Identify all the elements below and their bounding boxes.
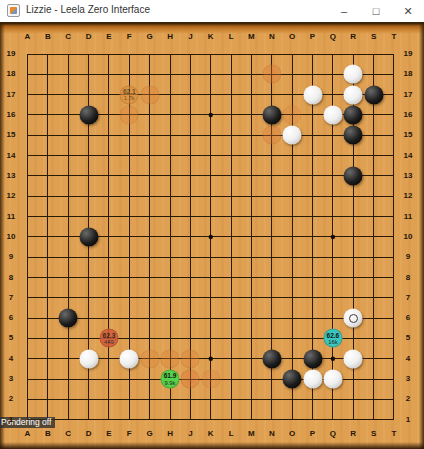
star-point <box>209 113 213 117</box>
coord-col-top: D <box>86 33 92 41</box>
coord-col-top: K <box>208 33 214 41</box>
coord-col-top: J <box>188 33 192 41</box>
app-icon <box>7 4 20 17</box>
close-icon[interactable]: ✕ <box>392 0 424 22</box>
go-board[interactable]: Pondering off AABBCCDDEEFFGGHHJJKKLLMMNN… <box>0 22 424 449</box>
suggestion-H4[interactable] <box>161 349 180 368</box>
suggestion-G4[interactable] <box>140 349 159 368</box>
coord-col-bottom: G <box>147 430 153 438</box>
coord-row-right: 19 <box>404 50 413 58</box>
coord-col-top: O <box>289 33 295 41</box>
coord-col-bottom: M <box>248 430 255 438</box>
coord-row-left: 3 <box>9 375 13 383</box>
coord-row-right: 2 <box>406 395 410 403</box>
coord-col-bottom: H <box>167 430 173 438</box>
window-title: Lizzie - Leela Zero Interface <box>26 4 150 15</box>
coord-row-right: 11 <box>404 213 412 221</box>
stone-white-R18 <box>344 65 363 84</box>
coord-col-top: Q <box>330 33 336 41</box>
coord-row-right: 8 <box>406 274 410 282</box>
suggestion-K3[interactable] <box>201 370 220 389</box>
maximize-icon[interactable]: □ <box>360 0 392 22</box>
star-point <box>209 357 213 361</box>
coord-col-top: L <box>229 33 234 41</box>
coord-col-bottom: N <box>269 430 275 438</box>
coord-col-top: M <box>248 33 255 41</box>
coord-row-right: 1 <box>406 416 410 424</box>
coord-col-bottom: O <box>289 430 295 438</box>
app-window: Lizzie - Leela Zero Interface – □ ✕ Pond… <box>0 0 424 449</box>
star-point <box>331 357 335 361</box>
coord-col-bottom: R <box>350 430 356 438</box>
coord-row-right: 13 <box>404 172 413 180</box>
stone-black-D16 <box>79 105 98 124</box>
suggestion-visits: 9.9k <box>165 379 176 385</box>
coord-row-left: 2 <box>9 395 13 403</box>
coord-col-top: S <box>371 33 376 41</box>
coord-col-top: T <box>392 33 397 41</box>
coord-row-left: 16 <box>7 111 16 119</box>
suggestion-O16[interactable] <box>283 105 302 124</box>
coord-row-right: 4 <box>406 355 410 363</box>
coord-col-bottom: F <box>127 430 132 438</box>
coord-col-top: E <box>106 33 111 41</box>
coord-col-bottom: K <box>208 430 214 438</box>
coord-row-right: 10 <box>404 233 413 241</box>
coord-row-left: 15 <box>7 131 16 139</box>
stone-black-N4 <box>262 349 281 368</box>
coord-row-right: 15 <box>404 131 413 139</box>
suggestion-G17[interactable] <box>140 85 159 104</box>
coord-col-bottom: C <box>65 430 71 438</box>
stone-black-O3 <box>283 370 302 389</box>
coord-col-bottom: J <box>188 430 192 438</box>
titlebar: Lizzie - Leela Zero Interface – □ ✕ <box>0 0 424 22</box>
coord-row-right: 7 <box>406 294 410 302</box>
last-move-marker <box>349 314 358 323</box>
coord-col-bottom: B <box>45 430 51 438</box>
stone-white-F4 <box>120 349 139 368</box>
coord-row-right: 17 <box>404 91 413 99</box>
stone-black-D10 <box>79 227 98 246</box>
coord-col-bottom: L <box>229 430 234 438</box>
coord-col-bottom: S <box>371 430 376 438</box>
coord-col-bottom: A <box>25 430 31 438</box>
coord-row-left: 9 <box>9 253 13 261</box>
stone-black-R13 <box>344 166 363 185</box>
coord-row-right: 12 <box>404 192 413 200</box>
stone-white-P3 <box>303 370 322 389</box>
coord-col-top: N <box>269 33 275 41</box>
suggestion-J3[interactable] <box>181 370 200 389</box>
coord-col-bottom: P <box>310 430 315 438</box>
stone-white-R17 <box>344 85 363 104</box>
suggestion-N15[interactable] <box>262 126 281 145</box>
coord-row-left: 1 <box>9 416 13 424</box>
coord-row-left: 13 <box>7 172 16 180</box>
coord-col-top: C <box>65 33 71 41</box>
coord-row-left: 14 <box>7 152 16 160</box>
suggestion-visits: 449 <box>104 339 114 345</box>
coord-col-top: A <box>25 33 31 41</box>
minimize-icon[interactable]: – <box>328 0 360 22</box>
stone-white-P17 <box>303 85 322 104</box>
window-controls: – □ ✕ <box>328 0 424 22</box>
stone-white-D4 <box>79 349 98 368</box>
stone-black-R15 <box>344 126 363 145</box>
suggestion-J4[interactable] <box>181 349 200 368</box>
coord-row-left: 4 <box>9 355 13 363</box>
suggestion-F17[interactable]: 62.11.7k <box>120 85 139 104</box>
suggestion-visits: 16k <box>328 339 337 345</box>
coord-row-left: 17 <box>7 91 16 99</box>
coord-col-top: P <box>310 33 315 41</box>
coord-col-top: H <box>167 33 173 41</box>
stone-black-R16 <box>344 105 363 124</box>
coord-col-top: G <box>147 33 153 41</box>
suggestion-F16[interactable] <box>120 105 139 124</box>
coord-col-bottom: E <box>106 430 111 438</box>
coord-row-right: 6 <box>406 314 410 322</box>
coord-col-top: R <box>350 33 356 41</box>
coord-row-right: 9 <box>406 253 410 261</box>
star-point <box>331 235 335 239</box>
coord-col-top: F <box>127 33 132 41</box>
coord-row-left: 7 <box>9 294 13 302</box>
star-point <box>209 235 213 239</box>
coord-row-left: 19 <box>7 50 16 58</box>
stone-white-Q16 <box>323 105 342 124</box>
coord-col-bottom: T <box>392 430 397 438</box>
coord-row-left: 8 <box>9 274 13 282</box>
suggestion-N18[interactable] <box>262 65 281 84</box>
coord-row-right: 3 <box>406 375 410 383</box>
coord-row-left: 18 <box>7 70 16 78</box>
stone-black-C6 <box>59 309 78 328</box>
stone-black-S17 <box>364 85 383 104</box>
coord-row-right: 5 <box>406 334 410 342</box>
coord-row-right: 14 <box>404 152 413 160</box>
suggestion-Q5[interactable]: 62.616k <box>323 329 342 348</box>
coord-row-left: 10 <box>7 233 16 241</box>
coord-row-left: 12 <box>7 192 16 200</box>
coord-row-left: 11 <box>7 213 15 221</box>
coord-col-bottom: D <box>86 430 92 438</box>
coord-row-left: 6 <box>9 314 13 322</box>
stone-white-R6 <box>344 309 363 328</box>
stone-white-R4 <box>344 349 363 368</box>
stone-white-O15 <box>283 126 302 145</box>
coord-col-bottom: Q <box>330 430 336 438</box>
stone-black-N16 <box>262 105 281 124</box>
stone-white-Q3 <box>323 370 342 389</box>
coord-col-top: B <box>45 33 51 41</box>
coord-row-right: 18 <box>404 70 413 78</box>
suggestion-visits: 1.7k <box>124 95 135 101</box>
suggestion-H3[interactable]: 61.99.9k <box>161 370 180 389</box>
coord-row-right: 16 <box>404 111 413 119</box>
suggestion-E5[interactable]: 62.3449 <box>99 329 118 348</box>
stone-black-P4 <box>303 349 322 368</box>
coord-row-left: 5 <box>9 334 13 342</box>
